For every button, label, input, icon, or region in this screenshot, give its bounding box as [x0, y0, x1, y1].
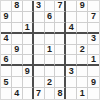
cell-r1c3[interactable]: [23, 1, 34, 12]
cell-r4c9[interactable]: 3: [88, 34, 99, 45]
cell-r4c4[interactable]: [34, 34, 45, 45]
cell-r9c2[interactable]: 4: [12, 88, 23, 99]
cell-r7c3[interactable]: 9: [23, 66, 34, 77]
cell-r7c8[interactable]: [77, 66, 88, 77]
cell-r3c8[interactable]: [77, 23, 88, 34]
cell-r8c9[interactable]: 9: [88, 77, 99, 88]
cell-r2c2[interactable]: [12, 12, 23, 23]
cell-r8c8[interactable]: [77, 77, 88, 88]
cell-r4c1[interactable]: 4: [1, 34, 12, 45]
cell-r6c8[interactable]: [77, 55, 88, 66]
cell-r4c3[interactable]: [23, 34, 34, 45]
cell-r5c6[interactable]: [55, 45, 66, 56]
cell-r8c4[interactable]: [34, 77, 45, 88]
cell-r3c1[interactable]: [1, 23, 12, 34]
cell-r9c3[interactable]: [23, 88, 34, 99]
cell-r2c5[interactable]: 6: [45, 12, 56, 23]
cell-r6c7[interactable]: [66, 55, 77, 66]
cell-r3c9[interactable]: [88, 23, 99, 34]
cell-r2c6[interactable]: [55, 12, 66, 23]
cell-r3c2[interactable]: [12, 23, 23, 34]
cell-r9c1[interactable]: [1, 88, 12, 99]
cell-r6c4[interactable]: [34, 55, 45, 66]
cell-r7c5[interactable]: [45, 66, 56, 77]
cell-r7c7[interactable]: 3: [66, 66, 77, 77]
cell-r4c7[interactable]: [66, 34, 77, 45]
cell-r1c9[interactable]: [88, 1, 99, 12]
cell-r1c8[interactable]: 9: [77, 1, 88, 12]
cell-r9c5[interactable]: [45, 88, 56, 99]
cell-r6c9[interactable]: 1: [88, 55, 99, 66]
cell-r2c9[interactable]: 7: [88, 12, 99, 23]
cell-r6c3[interactable]: [23, 55, 34, 66]
sudoku-board: 8379967144391261935294781: [0, 0, 100, 100]
cell-r2c8[interactable]: [77, 12, 88, 23]
cell-r1c7[interactable]: [66, 1, 77, 12]
cell-r5c4[interactable]: [34, 45, 45, 56]
cell-r1c1[interactable]: [1, 1, 12, 12]
cell-r5c8[interactable]: 2: [77, 45, 88, 56]
cell-r5c7[interactable]: [66, 45, 77, 56]
cell-r1c2[interactable]: 8: [12, 1, 23, 12]
cell-r7c2[interactable]: [12, 66, 23, 77]
cell-r4c8[interactable]: [77, 34, 88, 45]
cell-r9c8[interactable]: 1: [77, 88, 88, 99]
cell-r3c3[interactable]: 1: [23, 23, 34, 34]
cell-r8c3[interactable]: [23, 77, 34, 88]
cell-r4c5[interactable]: [45, 34, 56, 45]
cell-r7c1[interactable]: [1, 66, 12, 77]
cell-r4c2[interactable]: [12, 34, 23, 45]
cell-r8c2[interactable]: [12, 77, 23, 88]
cell-r7c6[interactable]: [55, 66, 66, 77]
cell-r1c4[interactable]: 3: [34, 1, 45, 12]
cell-r8c7[interactable]: [66, 77, 77, 88]
cell-r4c6[interactable]: [55, 34, 66, 45]
cell-r5c3[interactable]: [23, 45, 34, 56]
cell-r9c7[interactable]: [66, 88, 77, 99]
cell-r5c2[interactable]: 9: [12, 45, 23, 56]
cell-r3c5[interactable]: [45, 23, 56, 34]
cell-r7c4[interactable]: [34, 66, 45, 77]
cell-r8c1[interactable]: 5: [1, 77, 12, 88]
cell-r9c9[interactable]: [88, 88, 99, 99]
cell-r9c6[interactable]: 8: [55, 88, 66, 99]
cell-r5c5[interactable]: 1: [45, 45, 56, 56]
cell-r2c1[interactable]: 9: [1, 12, 12, 23]
cell-r9c4[interactable]: 7: [34, 88, 45, 99]
cell-r2c4[interactable]: [34, 12, 45, 23]
cell-r6c5[interactable]: [45, 55, 56, 66]
cell-r6c6[interactable]: [55, 55, 66, 66]
cell-r3c6[interactable]: [55, 23, 66, 34]
cell-r8c5[interactable]: 2: [45, 77, 56, 88]
cell-r6c2[interactable]: [12, 55, 23, 66]
cell-r3c4[interactable]: [34, 23, 45, 34]
cell-r3c7[interactable]: 4: [66, 23, 77, 34]
cell-r8c6[interactable]: [55, 77, 66, 88]
cell-r7c9[interactable]: [88, 66, 99, 77]
cell-r1c6[interactable]: 7: [55, 1, 66, 12]
cell-r6c1[interactable]: 6: [1, 55, 12, 66]
cell-r1c5[interactable]: [45, 1, 56, 12]
